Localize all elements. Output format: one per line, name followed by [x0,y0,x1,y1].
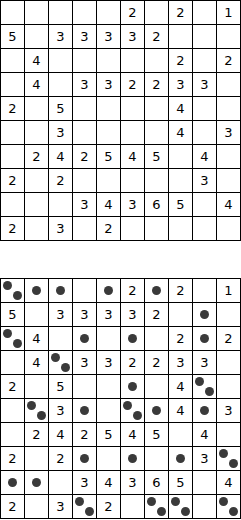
clue-number: 4 [200,428,208,441]
solution-cell: 4 [25,351,48,374]
clue-number: 2 [32,150,40,163]
clue-number: 2 [128,356,136,369]
solution-cell: 3 [73,303,96,326]
solution-cell: 2 [1,447,24,470]
clue-number: 1 [224,284,232,297]
solution-cell [193,471,216,494]
solution-cell [1,351,24,374]
puzzle-cell [193,217,216,240]
puzzle-cell [49,1,72,24]
clue-number: 2 [56,452,64,465]
mine-dot [147,497,156,506]
solution-cell [49,351,72,374]
puzzle-cell [25,193,48,216]
clue-number: 4 [56,150,64,163]
solution-cell [25,279,48,302]
solution-cell: 4 [169,375,192,398]
solution-cell [193,399,216,422]
clue-number: 3 [128,308,136,321]
solution-cell [169,423,192,446]
mine-dot [27,401,36,410]
puzzle-cell [217,169,240,192]
puzzle-cell: 3 [73,73,96,96]
puzzle-cell [73,1,96,24]
clue-number: 2 [104,222,112,235]
puzzle-cell: 4 [193,145,216,168]
puzzle-cell [25,217,48,240]
clue-number: 3 [56,404,64,417]
solution-cell [97,327,120,350]
clue-number: 3 [80,30,88,43]
puzzle-cell [145,97,168,120]
puzzle-cell [97,97,120,120]
mine-dot [152,286,161,295]
clue-number: 5 [56,380,64,393]
clue-number: 2 [152,308,160,321]
solution-cell [145,495,168,518]
solution-cell: 5 [169,471,192,494]
solution-cell: 4 [25,327,48,350]
puzzle-cell [49,193,72,216]
clue-number: 3 [200,356,208,369]
solution-cell: 2 [121,279,144,302]
clue-number: 3 [56,222,64,235]
solution-cell: 3 [217,399,240,422]
solution-cell: 2 [97,495,120,518]
solution-cell [121,495,144,518]
solution-cell [145,327,168,350]
solution-cell [25,375,48,398]
solution-cell: 3 [121,303,144,326]
mine-dot [13,291,22,300]
puzzle-cell [73,97,96,120]
mine-dot [229,507,238,516]
solution-cell [49,471,72,494]
mine-dot [219,497,228,506]
solution-cell: 3 [49,303,72,326]
solution-cell [25,495,48,518]
clue-number: 2 [152,30,160,43]
mine-dot [37,411,46,420]
clue-number: 2 [176,284,184,297]
puzzle-cell [169,145,192,168]
clue-number: 2 [8,500,16,513]
mine-dot [128,334,137,343]
puzzle-cell: 3 [169,73,192,96]
puzzle-cell: 4 [25,73,48,96]
puzzle-cell [145,49,168,72]
clue-number: 2 [8,102,16,115]
clue-number: 2 [176,6,184,19]
clue-number: 3 [200,174,208,187]
solution-cell: 4 [97,471,120,494]
clue-number: 3 [80,198,88,211]
mine-dot [32,478,41,487]
solution-cell: 5 [1,303,24,326]
mine-dot [80,454,89,463]
mine-dot [195,377,204,386]
puzzle-cell: 3 [121,25,144,48]
solution-board: 2215333324224332233254343242545422334365… [0,278,241,519]
solution-cell [73,495,96,518]
puzzle-cell [121,217,144,240]
clue-number: 3 [224,404,232,417]
solution-cell [145,375,168,398]
puzzle-cell: 2 [1,217,24,240]
puzzle-cell: 3 [193,169,216,192]
clue-number: 3 [176,356,184,369]
puzzle-cell: 2 [97,217,120,240]
puzzle-cell: 2 [145,73,168,96]
puzzle-cell: 2 [25,145,48,168]
clue-number: 2 [8,452,16,465]
mine-dot [80,334,89,343]
puzzle-cell: 2 [73,145,96,168]
solution-cell: 3 [73,471,96,494]
solution-cell: 4 [169,399,192,422]
solution-cell: 2 [145,351,168,374]
puzzle-cell [121,121,144,144]
solution-cell [97,375,120,398]
clue-number: 3 [104,356,112,369]
solution-cell [193,279,216,302]
clue-number: 3 [56,500,64,513]
puzzle-cell: 4 [97,193,120,216]
solution-cell: 3 [97,351,120,374]
mine-dot [32,286,41,295]
clue-number: 2 [224,332,232,345]
puzzle-cell [25,97,48,120]
puzzle-cell [145,169,168,192]
mine-dot [56,286,65,295]
solution-cell: 3 [193,447,216,470]
solution-cell [49,327,72,350]
clue-number: 2 [128,6,136,19]
solution-cell [121,399,144,422]
puzzle-cell [217,25,240,48]
clue-number: 4 [104,198,112,211]
solution-cell: 3 [121,471,144,494]
solution-cell [193,327,216,350]
solution-cell [97,447,120,470]
clue-number: 3 [56,308,64,321]
solution-cell [25,399,48,422]
puzzle-cell: 5 [169,193,192,216]
puzzle-cell [121,97,144,120]
clue-number: 2 [80,150,88,163]
solution-cell [121,447,144,470]
clue-number: 4 [224,198,232,211]
solution-cell: 3 [169,351,192,374]
puzzle-cell [1,1,24,24]
solution-cell: 2 [169,279,192,302]
puzzle-cell: 5 [49,97,72,120]
clue-number: 2 [176,332,184,345]
clue-number: 4 [56,428,64,441]
clue-number: 5 [152,428,160,441]
clue-number: 3 [224,126,232,139]
puzzle-cell: 2 [49,169,72,192]
solution-cell [1,423,24,446]
solution-cell: 5 [49,375,72,398]
puzzle-cell [97,169,120,192]
clue-number: 2 [8,380,16,393]
clue-number: 2 [8,174,16,187]
puzzle-cell [1,193,24,216]
mine-dot [80,406,89,415]
solution-cell: 5 [145,423,168,446]
solution-cell: 3 [49,495,72,518]
clue-number: 3 [128,30,136,43]
solution-cell [97,279,120,302]
solution-cell: 2 [49,447,72,470]
puzzle-cell [25,25,48,48]
clue-number: 4 [176,380,184,393]
puzzle-cell: 4 [217,193,240,216]
solution-cell [73,399,96,422]
clue-number: 3 [80,78,88,91]
solution-cell [169,447,192,470]
solution-cell: 3 [97,303,120,326]
clue-number: 3 [104,30,112,43]
solution-cell [1,279,24,302]
clue-number: 3 [200,78,208,91]
puzzle-cell: 4 [49,145,72,168]
clue-number: 3 [80,308,88,321]
solution-cell: 4 [217,471,240,494]
puzzle-cell [97,121,120,144]
puzzle-cell [193,25,216,48]
clue-number: 3 [80,476,88,489]
mine-dot [181,507,190,516]
clue-number: 3 [128,198,136,211]
clue-number: 5 [8,30,16,43]
solution-cell [121,375,144,398]
clue-number: 2 [152,356,160,369]
clue-number: 5 [176,476,184,489]
solution-cell [1,327,24,350]
mine-dot [3,329,12,338]
mine-dot [128,454,137,463]
solution-cell [217,495,240,518]
clue-number: 3 [200,452,208,465]
solution-cell [121,327,144,350]
puzzle-cell [169,169,192,192]
clue-number: 2 [176,54,184,67]
puzzle-cell: 2 [1,97,24,120]
puzzle-cell [25,169,48,192]
puzzle-cell [169,217,192,240]
solution-cell: 2 [73,423,96,446]
puzzle-cell: 2 [169,49,192,72]
solution-cell: 6 [145,471,168,494]
puzzle-cell: 6 [145,193,168,216]
solution-cell [73,375,96,398]
solution-cell [145,279,168,302]
mine-dot [123,401,132,410]
mine-dot [61,363,70,372]
puzzle-cell: 2 [1,169,24,192]
solution-cell: 2 [217,327,240,350]
mine-dot [128,382,137,391]
puzzle-cell: 5 [97,145,120,168]
puzzle-cell: 3 [97,25,120,48]
solution-cell: 4 [193,423,216,446]
clue-number: 2 [224,54,232,67]
mine-dot [8,478,17,487]
puzzle-cell [73,49,96,72]
puzzle-cell [121,49,144,72]
puzzle-cell [145,121,168,144]
solution-cell: 1 [217,279,240,302]
clue-number: 3 [80,356,88,369]
puzzle-cell: 3 [121,193,144,216]
solution-cell [25,303,48,326]
mine-dot [219,449,228,458]
puzzle-cell [145,217,168,240]
clue-number: 4 [32,356,40,369]
clue-number: 4 [32,332,40,345]
puzzle-cell [97,1,120,24]
puzzle-cell: 4 [25,49,48,72]
clue-number: 5 [56,102,64,115]
solution-cell [217,423,240,446]
solution-cell: 4 [121,423,144,446]
puzzle-cell: 3 [97,73,120,96]
clue-number: 4 [176,404,184,417]
puzzle-cell [1,121,24,144]
puzzle-cell: 3 [73,25,96,48]
puzzle-cell: 2 [121,1,144,24]
clue-number: 2 [104,500,112,513]
clue-number: 4 [128,150,136,163]
clue-number: 5 [104,150,112,163]
mine-dot [13,339,22,348]
mine-dot [229,459,238,468]
clue-number: 2 [56,174,64,187]
puzzle-cell [73,121,96,144]
solution-cell [73,447,96,470]
solution-cell: 2 [1,375,24,398]
puzzle-cell: 3 [49,121,72,144]
solution-cell [49,279,72,302]
solution-cell [193,375,216,398]
mine-dot [205,387,214,396]
puzzle-cell [73,217,96,240]
puzzle-cell: 4 [169,97,192,120]
solution-cell [73,327,96,350]
clue-number: 3 [176,78,184,91]
clue-number: 4 [104,476,112,489]
solution-cell [1,471,24,494]
puzzle-cell [1,49,24,72]
mine-dot [171,497,180,506]
mine-dot [157,507,166,516]
solution-cell: 2 [145,303,168,326]
clue-number: 4 [200,150,208,163]
mine-dot [200,406,209,415]
puzzle-cell [193,97,216,120]
puzzle-cell [97,49,120,72]
clue-number: 2 [80,428,88,441]
clue-number: 5 [104,428,112,441]
puzzle-board: 2215333324224332233254343242545422334365… [0,0,241,241]
solution-cell [25,447,48,470]
puzzle-cell [121,169,144,192]
puzzle-cell: 2 [145,25,168,48]
clue-number: 2 [32,428,40,441]
puzzle-cell [193,49,216,72]
mine-dot [176,454,185,463]
solution-cell: 3 [49,399,72,422]
clue-number: 3 [56,30,64,43]
solution-cell: 5 [97,423,120,446]
solution-cell [73,279,96,302]
clue-number: 4 [128,428,136,441]
solution-cell [97,399,120,422]
mine-dot [85,507,94,516]
solution-cell: 3 [193,351,216,374]
puzzle-cell: 4 [121,145,144,168]
clue-number: 5 [8,308,16,321]
puzzle-cell [145,1,168,24]
solution-cell [217,303,240,326]
solution-cell [217,447,240,470]
puzzle-cell: 1 [217,1,240,24]
puzzle-cell [217,73,240,96]
solution-cell [145,447,168,470]
mine-dot [104,286,113,295]
solution-cell [217,375,240,398]
clue-number: 6 [152,476,160,489]
puzzle-cell [49,49,72,72]
puzzle-cell [49,73,72,96]
solution-cell: 2 [169,327,192,350]
solution-cell [169,495,192,518]
puzzle-cell [169,25,192,48]
puzzle-cell: 5 [1,25,24,48]
puzzle-cell: 4 [169,121,192,144]
clue-number: 2 [128,78,136,91]
clue-number: 2 [8,222,16,235]
clue-number: 4 [32,78,40,91]
puzzle-cell [25,1,48,24]
mine-dot [133,411,142,420]
clue-number: 5 [176,198,184,211]
solution-cell [193,495,216,518]
solution-cell: 2 [25,423,48,446]
clue-number: 3 [104,78,112,91]
puzzle-cell: 3 [193,73,216,96]
clue-number: 4 [176,102,184,115]
mine-dot [200,310,209,319]
mine-dot [51,353,60,362]
puzzle-cell: 3 [49,25,72,48]
solution-cell [217,351,240,374]
puzzle-cell [193,193,216,216]
solution-cell [169,303,192,326]
puzzle-cell [217,217,240,240]
solution-cell: 4 [49,423,72,446]
puzzle-cell: 3 [49,217,72,240]
clue-number: 1 [224,6,232,19]
clue-number: 4 [224,476,232,489]
puzzle-cell [193,121,216,144]
solution-cell [1,399,24,422]
puzzle-cell [1,145,24,168]
puzzle-cell [73,169,96,192]
solution-cell: 2 [1,495,24,518]
